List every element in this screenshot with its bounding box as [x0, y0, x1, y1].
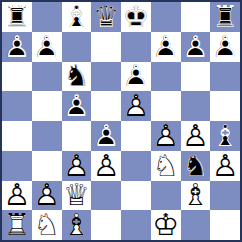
- white-bishop-outline-glyph: ♗: [182, 180, 209, 210]
- black-pawn-outline-glyph: ♙: [212, 32, 239, 62]
- square-c7[interactable]: [62, 32, 92, 62]
- piece-white-pawn: ♟♙: [91, 151, 121, 181]
- square-a8[interactable]: ♜♖: [2, 2, 32, 32]
- square-g7[interactable]: ♟♙: [181, 32, 211, 62]
- white-bishop-fill-glyph: ♝: [182, 180, 209, 210]
- white-bishop-outline-glyph: ♗: [63, 210, 90, 240]
- white-queen-fill-glyph: ♛: [63, 180, 90, 210]
- piece-white-pawn: ♟♙: [32, 181, 62, 211]
- piece-black-bishop: ♝♗: [62, 2, 92, 32]
- square-h1[interactable]: [210, 210, 240, 240]
- black-bishop-outline-glyph: ♗: [63, 2, 90, 32]
- white-rook-fill-glyph: ♜: [3, 210, 30, 240]
- white-pawn-fill-glyph: ♟: [93, 151, 120, 181]
- black-pawn-fill-glyph: ♟: [63, 91, 90, 121]
- black-rook-outline-glyph: ♖: [212, 2, 239, 32]
- piece-white-bishop: ♝♗: [62, 210, 92, 240]
- square-f6[interactable]: [151, 62, 181, 92]
- square-d2[interactable]: [91, 181, 121, 211]
- black-queen-outline-glyph: ♕: [93, 2, 120, 32]
- black-bishop-fill-glyph: ♝: [212, 121, 239, 151]
- piece-black-knight: ♞♘: [62, 62, 92, 92]
- black-pawn-outline-glyph: ♙: [93, 121, 120, 151]
- square-c2[interactable]: ♛♕: [62, 181, 92, 211]
- piece-white-bishop: ♝♗: [181, 181, 211, 211]
- white-queen-outline-glyph: ♕: [63, 180, 90, 210]
- piece-white-queen: ♛♕: [62, 181, 92, 211]
- square-a4[interactable]: [2, 121, 32, 151]
- piece-black-pawn: ♟♙: [210, 32, 240, 62]
- piece-white-pawn: ♟♙: [2, 181, 32, 211]
- piece-black-pawn: ♟♙: [62, 91, 92, 121]
- white-pawn-outline-glyph: ♙: [3, 180, 30, 210]
- black-queen-fill-glyph: ♛: [93, 2, 120, 32]
- square-e4[interactable]: [121, 121, 151, 151]
- piece-white-rook: ♜♖: [2, 210, 32, 240]
- square-f3[interactable]: ♞♘: [151, 151, 181, 181]
- white-pawn-outline-glyph: ♙: [63, 151, 90, 181]
- square-a3[interactable]: [2, 151, 32, 181]
- square-a1[interactable]: ♜♖: [2, 210, 32, 240]
- black-king-outline-glyph: ♔: [122, 2, 149, 32]
- square-c4[interactable]: [62, 121, 92, 151]
- square-c3[interactable]: ♟♙: [62, 151, 92, 181]
- chess-board: ♜♖♝♗♛♕♚♔♜♖♟♙♟♙♟♙♟♙♟♙♞♘♟♙♟♙♟♙♟♙♟♙♟♙♝♗♟♙♟♙…: [0, 0, 242, 242]
- square-g6[interactable]: [181, 62, 211, 92]
- square-c5[interactable]: ♟♙: [62, 91, 92, 121]
- black-pawn-outline-glyph: ♙: [63, 91, 90, 121]
- square-c6[interactable]: ♞♘: [62, 62, 92, 92]
- piece-white-pawn: ♟♙: [181, 121, 211, 151]
- square-a2[interactable]: ♟♙: [2, 181, 32, 211]
- square-e3[interactable]: [121, 151, 151, 181]
- piece-white-pawn: ♟♙: [210, 151, 240, 181]
- square-h4[interactable]: ♝♗: [210, 121, 240, 151]
- black-pawn-outline-glyph: ♙: [122, 61, 149, 91]
- white-pawn-fill-glyph: ♟: [63, 151, 90, 181]
- square-b7[interactable]: ♟♙: [32, 32, 62, 62]
- piece-black-knight: ♞♘: [181, 151, 211, 181]
- white-knight-outline-glyph: ♘: [33, 210, 60, 240]
- black-pawn-fill-glyph: ♟: [212, 32, 239, 62]
- white-knight-fill-glyph: ♞: [33, 210, 60, 240]
- black-pawn-outline-glyph: ♙: [152, 32, 179, 62]
- square-a6[interactable]: [2, 62, 32, 92]
- square-d3[interactable]: ♟♙: [91, 151, 121, 181]
- square-f7[interactable]: ♟♙: [151, 32, 181, 62]
- white-king-fill-glyph: ♚: [152, 210, 179, 240]
- white-rook-outline-glyph: ♖: [3, 210, 30, 240]
- square-g5[interactable]: [181, 91, 211, 121]
- black-knight-fill-glyph: ♞: [182, 151, 209, 181]
- square-a5[interactable]: [2, 91, 32, 121]
- square-h6[interactable]: [210, 62, 240, 92]
- piece-black-pawn: ♟♙: [121, 62, 151, 92]
- square-b6[interactable]: [32, 62, 62, 92]
- piece-black-bishop: ♝♗: [210, 121, 240, 151]
- white-pawn-fill-glyph: ♟: [3, 180, 30, 210]
- piece-white-knight: ♞♘: [151, 151, 181, 181]
- black-pawn-outline-glyph: ♙: [3, 32, 30, 62]
- piece-black-king: ♚♔: [121, 2, 151, 32]
- square-a7[interactable]: ♟♙: [2, 32, 32, 62]
- square-f8[interactable]: [151, 2, 181, 32]
- square-f4[interactable]: ♟♙: [151, 121, 181, 151]
- black-pawn-fill-glyph: ♟: [122, 61, 149, 91]
- square-e1[interactable]: [121, 210, 151, 240]
- white-bishop-fill-glyph: ♝: [63, 210, 90, 240]
- square-h7[interactable]: ♟♙: [210, 32, 240, 62]
- square-h8[interactable]: ♜♖: [210, 2, 240, 32]
- white-knight-outline-glyph: ♘: [152, 151, 179, 181]
- black-pawn-fill-glyph: ♟: [93, 121, 120, 151]
- square-e7[interactable]: [121, 32, 151, 62]
- white-pawn-outline-glyph: ♙: [33, 180, 60, 210]
- square-e8[interactable]: ♚♔: [121, 2, 151, 32]
- square-c8[interactable]: ♝♗: [62, 2, 92, 32]
- piece-black-rook: ♜♖: [2, 2, 32, 32]
- square-d4[interactable]: ♟♙: [91, 121, 121, 151]
- black-king-fill-glyph: ♚: [122, 2, 149, 32]
- black-rook-outline-glyph: ♖: [3, 2, 30, 32]
- white-pawn-fill-glyph: ♟: [212, 151, 239, 181]
- piece-black-pawn: ♟♙: [32, 32, 62, 62]
- square-d8[interactable]: ♛♕: [91, 2, 121, 32]
- black-pawn-outline-glyph: ♙: [33, 32, 60, 62]
- square-e6[interactable]: ♟♙: [121, 62, 151, 92]
- square-c1[interactable]: ♝♗: [62, 210, 92, 240]
- square-b1[interactable]: ♞♘: [32, 210, 62, 240]
- square-d7[interactable]: [91, 32, 121, 62]
- piece-white-knight: ♞♘: [32, 210, 62, 240]
- white-pawn-outline-glyph: ♙: [122, 91, 149, 121]
- square-b5[interactable]: [32, 91, 62, 121]
- square-h2[interactable]: [210, 181, 240, 211]
- square-f2[interactable]: [151, 181, 181, 211]
- square-b4[interactable]: [32, 121, 62, 151]
- piece-white-pawn: ♟♙: [121, 91, 151, 121]
- square-h5[interactable]: [210, 91, 240, 121]
- piece-black-pawn: ♟♙: [151, 32, 181, 62]
- white-pawn-fill-glyph: ♟: [152, 121, 179, 151]
- black-pawn-fill-glyph: ♟: [3, 32, 30, 62]
- black-pawn-fill-glyph: ♟: [152, 32, 179, 62]
- square-h3[interactable]: ♟♙: [210, 151, 240, 181]
- white-pawn-outline-glyph: ♙: [212, 151, 239, 181]
- black-bishop-fill-glyph: ♝: [63, 2, 90, 32]
- black-pawn-fill-glyph: ♟: [182, 32, 209, 62]
- square-g8[interactable]: [181, 2, 211, 32]
- white-king-outline-glyph: ♔: [152, 210, 179, 240]
- square-d6[interactable]: [91, 62, 121, 92]
- white-pawn-fill-glyph: ♟: [182, 121, 209, 151]
- piece-black-queen: ♛♕: [91, 2, 121, 32]
- black-pawn-outline-glyph: ♙: [182, 32, 209, 62]
- square-f5[interactable]: [151, 91, 181, 121]
- piece-black-pawn: ♟♙: [2, 32, 32, 62]
- piece-white-pawn: ♟♙: [151, 121, 181, 151]
- piece-black-pawn: ♟♙: [181, 32, 211, 62]
- white-pawn-outline-glyph: ♙: [152, 121, 179, 151]
- black-knight-outline-glyph: ♘: [63, 61, 90, 91]
- square-b2[interactable]: ♟♙: [32, 181, 62, 211]
- black-pawn-fill-glyph: ♟: [33, 32, 60, 62]
- square-d5[interactable]: [91, 91, 121, 121]
- square-e5[interactable]: ♟♙: [121, 91, 151, 121]
- square-f1[interactable]: ♚♔: [151, 210, 181, 240]
- square-e2[interactable]: [121, 181, 151, 211]
- square-b3[interactable]: [32, 151, 62, 181]
- piece-black-pawn: ♟♙: [91, 121, 121, 151]
- square-b8[interactable]: [32, 2, 62, 32]
- white-pawn-fill-glyph: ♟: [33, 180, 60, 210]
- square-g2[interactable]: ♝♗: [181, 181, 211, 211]
- square-d1[interactable]: [91, 210, 121, 240]
- black-knight-fill-glyph: ♞: [63, 61, 90, 91]
- white-knight-fill-glyph: ♞: [152, 151, 179, 181]
- square-g4[interactable]: ♟♙: [181, 121, 211, 151]
- black-knight-outline-glyph: ♘: [182, 151, 209, 181]
- black-rook-fill-glyph: ♜: [3, 2, 30, 32]
- black-rook-fill-glyph: ♜: [212, 2, 239, 32]
- white-pawn-fill-glyph: ♟: [122, 91, 149, 121]
- white-pawn-outline-glyph: ♙: [182, 121, 209, 151]
- black-bishop-outline-glyph: ♗: [212, 121, 239, 151]
- piece-black-rook: ♜♖: [210, 2, 240, 32]
- square-g3[interactable]: ♞♘: [181, 151, 211, 181]
- piece-white-king: ♚♔: [151, 210, 181, 240]
- piece-white-pawn: ♟♙: [62, 151, 92, 181]
- white-pawn-outline-glyph: ♙: [93, 151, 120, 181]
- square-g1[interactable]: [181, 210, 211, 240]
